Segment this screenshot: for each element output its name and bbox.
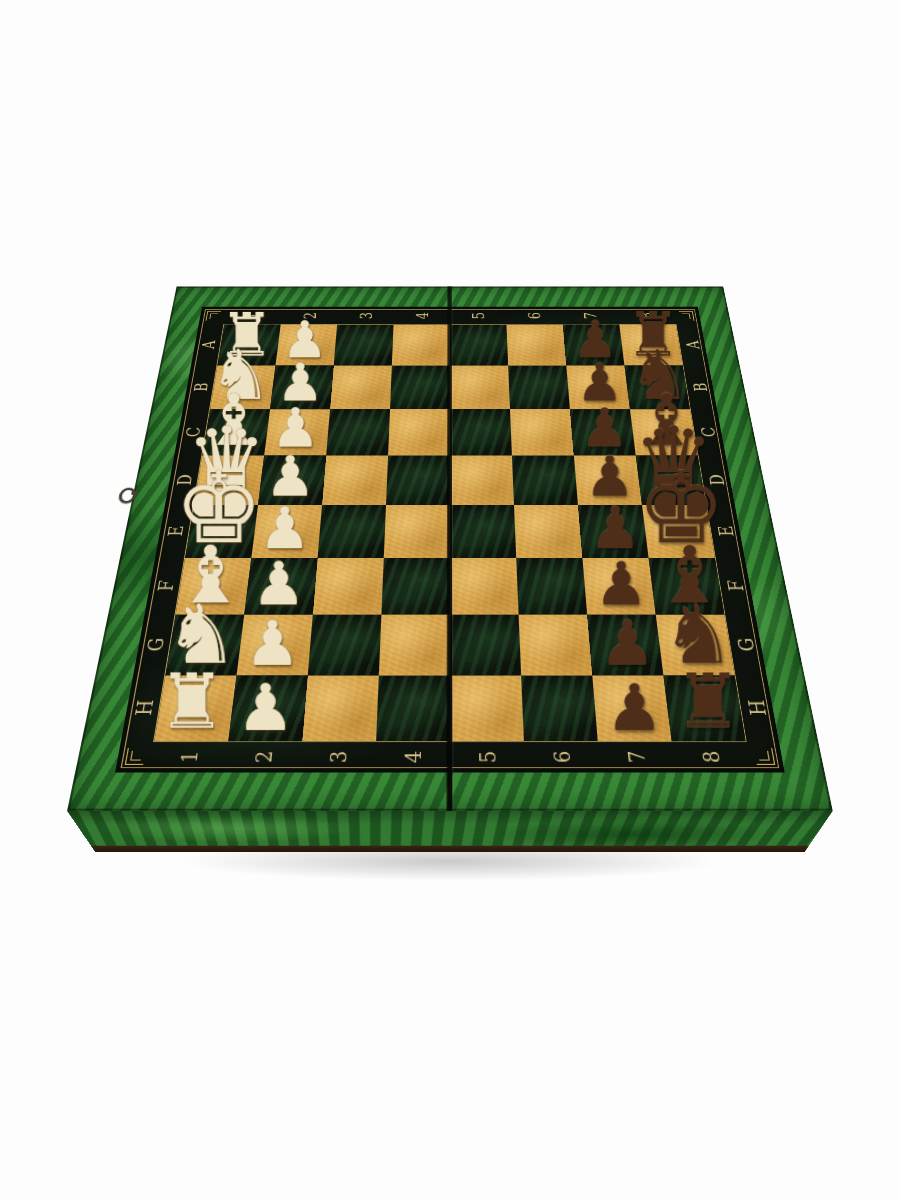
board-front-edge: [67, 811, 833, 852]
clasp-stem: [131, 492, 138, 495]
piece-black-rook[interactable]: ♜: [674, 664, 742, 740]
square-e4[interactable]: [384, 505, 450, 558]
product-photo: 12345678 12345678 ABCDEFGH ABCDEFGH ♜♟♟♜…: [0, 0, 900, 1200]
square-e6[interactable]: [514, 505, 582, 558]
square-g4[interactable]: [379, 615, 450, 676]
piece-black-pawn[interactable]: ♟: [600, 613, 656, 675]
square-f3[interactable]: [313, 558, 384, 615]
square-g3[interactable]: [308, 615, 382, 676]
board-base-edge: [91, 846, 810, 853]
square-c4[interactable]: [388, 409, 450, 455]
scene: 12345678 12345678 ABCDEFGH ABCDEFGH ♜♟♟♜…: [0, 0, 900, 1200]
square-c3[interactable]: [326, 409, 390, 455]
square-g2[interactable]: ♟: [237, 615, 313, 676]
square-b6[interactable]: [508, 366, 570, 410]
square-f7[interactable]: ♟: [582, 558, 655, 615]
square-b4[interactable]: [390, 366, 450, 410]
square-g5[interactable]: [450, 615, 521, 676]
square-a4[interactable]: [392, 325, 450, 366]
piece-white-pawn[interactable]: ♟: [252, 554, 306, 614]
piece-black-pawn[interactable]: ♟: [594, 554, 648, 614]
square-a5[interactable]: [450, 325, 508, 366]
square-f4[interactable]: [381, 558, 450, 615]
square-b5[interactable]: [450, 366, 510, 410]
square-f6[interactable]: [516, 558, 587, 615]
square-a3[interactable]: [334, 325, 394, 366]
square-f2[interactable]: ♟: [244, 558, 317, 615]
piece-white-pawn[interactable]: ♟: [245, 613, 301, 675]
square-b3[interactable]: [330, 366, 392, 410]
square-g6[interactable]: [519, 615, 593, 676]
square-e5[interactable]: [450, 505, 516, 558]
square-g7[interactable]: ♟: [587, 615, 663, 676]
piece-black-pawn[interactable]: ♟: [605, 676, 663, 741]
piece-white-pawn[interactable]: ♟: [237, 676, 295, 741]
square-a6[interactable]: [506, 325, 566, 366]
piece-white-rook[interactable]: ♜: [158, 664, 226, 740]
square-h1[interactable]: ♜: [154, 676, 236, 742]
square-e3[interactable]: [318, 505, 386, 558]
chess-board: 12345678 12345678 ABCDEFGH ABCDEFGH ♜♟♟♜…: [67, 287, 833, 811]
square-c6[interactable]: [510, 409, 574, 455]
square-c5[interactable]: [450, 409, 512, 455]
square-h8[interactable]: ♜: [663, 676, 745, 742]
square-f5[interactable]: [450, 558, 519, 615]
